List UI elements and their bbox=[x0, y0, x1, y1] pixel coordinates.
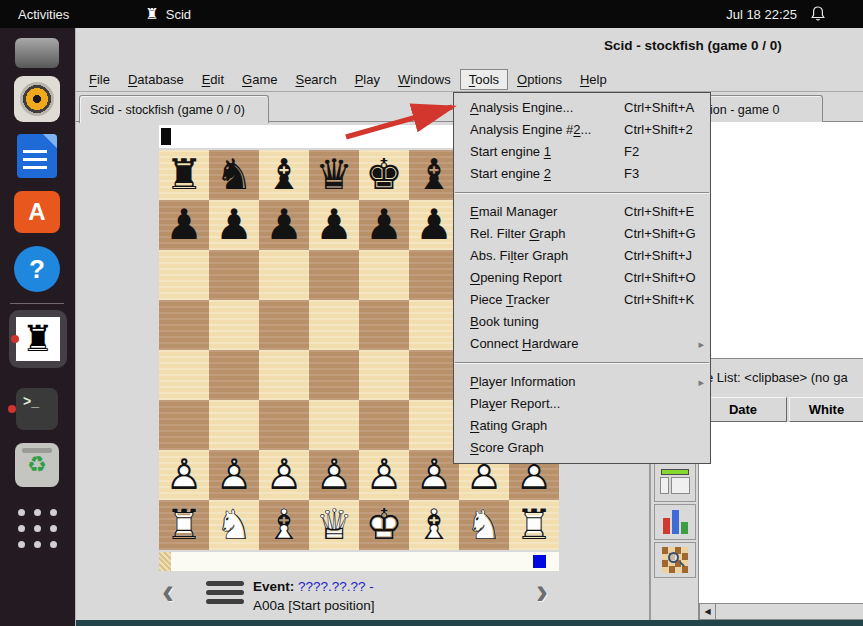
white-pawn-outline: ♙ bbox=[259, 450, 309, 500]
board-search-button[interactable] bbox=[654, 542, 696, 578]
square-g1[interactable]: ♞♘ bbox=[459, 500, 509, 550]
menubar-item-windows[interactable]: Windows bbox=[389, 69, 460, 90]
menuitem-label: Analysis Engine... bbox=[470, 100, 573, 115]
square-a8[interactable]: ♜ bbox=[159, 150, 209, 200]
next-move-button[interactable]: › bbox=[536, 572, 548, 612]
square-b7[interactable]: ♟ bbox=[209, 200, 259, 250]
white-bishop-outline: ♗ bbox=[409, 500, 459, 550]
scrollbar-thumb[interactable] bbox=[716, 603, 863, 620]
menuitem-shortcut: Ctrl+Shift+J bbox=[624, 245, 692, 267]
black-king: ♚ bbox=[359, 150, 409, 200]
column-header-white[interactable]: White bbox=[789, 397, 863, 422]
scroll-left-arrow-icon[interactable]: ◀ bbox=[699, 603, 716, 620]
square-c3[interactable] bbox=[259, 400, 309, 450]
square-a1[interactable]: ♜♖ bbox=[159, 500, 209, 550]
menuitem-label: Player Report... bbox=[470, 396, 560, 411]
square-e5[interactable] bbox=[359, 300, 409, 350]
black-bishop: ♝ bbox=[259, 150, 309, 200]
white-pawn-outline: ♙ bbox=[159, 450, 209, 500]
black-pawn: ♟ bbox=[209, 200, 259, 250]
black-pawn: ♟ bbox=[309, 200, 359, 250]
square-c6[interactable] bbox=[259, 250, 309, 300]
menuitem-shortcut: Ctrl+Shift+G bbox=[624, 223, 696, 245]
dock: A ? ♜ >_ ♻ bbox=[0, 28, 75, 626]
menubar-item-options[interactable]: Options bbox=[508, 69, 571, 90]
square-b1[interactable]: ♞♘ bbox=[209, 500, 259, 550]
menuitem-piece-tracker[interactable]: Piece TrackerCtrl+Shift+K bbox=[454, 289, 710, 311]
notation-tab-strip: ion - game 0 bbox=[699, 94, 863, 122]
menubar-item-play[interactable]: Play bbox=[346, 69, 389, 90]
menubar-item-file[interactable]: File bbox=[80, 69, 119, 90]
opening-code: A00a [Start position] bbox=[253, 596, 375, 615]
menuitem-label: Start engine 1 bbox=[470, 144, 551, 159]
square-b5[interactable] bbox=[209, 300, 259, 350]
event-label: Event: bbox=[253, 579, 294, 594]
square-d1[interactable]: ♛♕ bbox=[309, 500, 359, 550]
square-e8[interactable]: ♚ bbox=[359, 150, 409, 200]
analysis-board-button[interactable] bbox=[654, 461, 696, 502]
white-knight-outline: ♘ bbox=[459, 500, 509, 550]
dock-files-icon[interactable] bbox=[14, 30, 60, 76]
menubar-item-database[interactable]: Database bbox=[119, 69, 193, 90]
window-title: Scid - stockfish (game 0 / 0) bbox=[604, 38, 782, 53]
terminal-notification-dot bbox=[8, 405, 16, 413]
square-a7[interactable]: ♟ bbox=[159, 200, 209, 250]
dock-libreoffice-icon[interactable] bbox=[14, 133, 60, 179]
game-list-columns: DateWhite bbox=[699, 397, 863, 422]
top-bar: Activities ♜ Scid Jul 18 22:25 bbox=[0, 0, 863, 28]
menuitem-start-engine-2[interactable]: Start engine 2F3 bbox=[454, 163, 710, 185]
menuitem-label: Start engine 2 bbox=[470, 166, 551, 181]
menubar-item-help[interactable]: Help bbox=[571, 69, 616, 90]
game-info: Event: ????.??.?? - A00a [Start position… bbox=[253, 577, 375, 615]
game-list-body[interactable] bbox=[699, 422, 863, 603]
analysis-icon bbox=[661, 469, 689, 475]
tab-board[interactable]: Scid - stockfish (game 0 / 0) bbox=[79, 95, 269, 123]
square-c4[interactable] bbox=[259, 350, 309, 400]
black-pawn: ♟ bbox=[259, 200, 309, 250]
square-e2[interactable]: ♟♙ bbox=[359, 450, 409, 500]
menuitem-score-graph[interactable]: Score Graph bbox=[454, 437, 710, 459]
white-queen-outline: ♕ bbox=[309, 500, 359, 550]
menuitem-label: Piece Tracker bbox=[470, 292, 550, 307]
menuitem-shortcut: Ctrl+Shift+E bbox=[624, 201, 694, 223]
scid-notification-dot bbox=[11, 335, 19, 343]
dock-scid-icon[interactable]: ♜ bbox=[9, 310, 67, 368]
menuitem-analysis-engine-2[interactable]: Analysis Engine #2...Ctrl+Shift+2 bbox=[454, 119, 710, 141]
square-d2[interactable]: ♟♙ bbox=[309, 450, 359, 500]
square-e1[interactable]: ♚♔ bbox=[359, 500, 409, 550]
board-search-icon bbox=[662, 547, 688, 573]
material-strip bbox=[159, 552, 559, 571]
menubar-item-game[interactable]: Game bbox=[233, 69, 286, 90]
menuitem-abs-filter-graph[interactable]: Abs. Filter GraphCtrl+Shift+J bbox=[454, 245, 710, 267]
scid-window: Scid - stockfish (game 0 / 0) FileDataba… bbox=[75, 28, 863, 626]
square-e3[interactable] bbox=[359, 400, 409, 450]
menuitem-label: Rating Graph bbox=[470, 418, 547, 433]
clock[interactable]: Jul 18 22:25 bbox=[726, 7, 797, 22]
square-d7[interactable]: ♟ bbox=[309, 200, 359, 250]
dock-terminal-icon[interactable]: >_ bbox=[14, 386, 60, 432]
square-f5[interactable] bbox=[409, 300, 459, 350]
menubar-item-tools[interactable]: Tools bbox=[460, 69, 508, 90]
menuitem-email-manager[interactable]: Email ManagerCtrl+Shift+E bbox=[454, 201, 710, 223]
menuitem-shortcut: Ctrl+Shift+2 bbox=[624, 119, 693, 141]
menuitem-rating-graph[interactable]: Rating Graph bbox=[454, 415, 710, 437]
blue-marker bbox=[533, 555, 546, 568]
window-bottom-edge bbox=[76, 620, 863, 626]
menubar-item-edit[interactable]: Edit bbox=[193, 69, 233, 90]
tab-notation[interactable]: ion - game 0 bbox=[703, 95, 823, 123]
white-pawn-outline: ♙ bbox=[209, 450, 259, 500]
square-e4[interactable] bbox=[359, 350, 409, 400]
game-menu-hamburger-icon[interactable] bbox=[206, 581, 244, 608]
menubar-item-search[interactable]: Search bbox=[286, 69, 345, 90]
square-f1[interactable]: ♝♗ bbox=[409, 500, 459, 550]
activities-button[interactable]: Activities bbox=[18, 7, 69, 22]
menuitem-label: Connect Hardware bbox=[470, 336, 578, 351]
dock-app-grid-icon[interactable] bbox=[14, 505, 60, 551]
menuitem-connect-hardware[interactable]: Connect Hardware▸ bbox=[454, 333, 710, 355]
focused-app-name: Scid bbox=[166, 7, 191, 22]
tab-board-label: Scid - stockfish (game 0 / 0) bbox=[90, 103, 245, 117]
square-c7[interactable]: ♟ bbox=[259, 200, 309, 250]
menu-bar: FileDatabaseEditGameSearchPlayWindowsToo… bbox=[76, 68, 863, 92]
square-a3[interactable] bbox=[159, 400, 209, 450]
square-d4[interactable] bbox=[309, 350, 359, 400]
menu-separator bbox=[455, 192, 709, 194]
square-f2[interactable]: ♟♙ bbox=[409, 450, 459, 500]
square-f7[interactable]: ♟ bbox=[409, 200, 459, 250]
game-list-header: e List: <clipbase> (no ga bbox=[699, 358, 863, 397]
tab-notation-label: ion - game 0 bbox=[710, 103, 779, 117]
square-d5[interactable] bbox=[309, 300, 359, 350]
submenu-arrow-icon: ▸ bbox=[698, 371, 704, 393]
black-pawn: ♟ bbox=[159, 200, 209, 250]
black-pawn: ♟ bbox=[409, 200, 459, 250]
menuitem-label: Score Graph bbox=[470, 440, 544, 455]
square-d3[interactable] bbox=[309, 400, 359, 450]
menuitem-label: Email Manager bbox=[470, 204, 557, 219]
square-c8[interactable]: ♝ bbox=[259, 150, 309, 200]
event-value: ????.??.?? - bbox=[298, 579, 374, 594]
square-c1[interactable]: ♝♗ bbox=[259, 500, 309, 550]
white-pawn-outline: ♙ bbox=[309, 450, 359, 500]
square-c2[interactable]: ♟♙ bbox=[259, 450, 309, 500]
square-a4[interactable] bbox=[159, 350, 209, 400]
white-bishop-outline: ♗ bbox=[259, 500, 309, 550]
square-f6[interactable] bbox=[409, 250, 459, 300]
square-e7[interactable]: ♟ bbox=[359, 200, 409, 250]
square-b3[interactable] bbox=[209, 400, 259, 450]
menuitem-shortcut: F2 bbox=[624, 141, 639, 163]
square-b8[interactable]: ♞ bbox=[209, 150, 259, 200]
menuitem-label: Rel. Filter Graph bbox=[470, 226, 565, 241]
previous-move-button[interactable]: ‹ bbox=[162, 572, 174, 612]
white-king-outline: ♔ bbox=[359, 500, 409, 550]
menuitem-start-engine-1[interactable]: Start engine 1F2 bbox=[454, 141, 710, 163]
black-knight: ♞ bbox=[209, 150, 259, 200]
engine-progress-mark bbox=[161, 128, 171, 145]
dock-trash-icon[interactable]: ♻ bbox=[14, 442, 60, 488]
square-b4[interactable] bbox=[209, 350, 259, 400]
menuitem-player-information[interactable]: Player Information▸ bbox=[454, 371, 710, 393]
column-header-date[interactable]: Date bbox=[699, 397, 787, 422]
black-pawn: ♟ bbox=[359, 200, 409, 250]
menuitem-shortcut: F3 bbox=[624, 163, 639, 185]
menuitem-label: Opening Report bbox=[470, 270, 562, 285]
square-f8[interactable]: ♝ bbox=[409, 150, 459, 200]
notifications-bell-icon[interactable] bbox=[811, 6, 825, 22]
square-a2[interactable]: ♟♙ bbox=[159, 450, 209, 500]
menuitem-label: Analysis Engine #2... bbox=[470, 122, 591, 137]
square-d6[interactable] bbox=[309, 250, 359, 300]
focused-app-indicator[interactable]: ♜ Scid bbox=[145, 7, 191, 22]
menuitem-shortcut: Ctrl+Shift+K bbox=[624, 289, 694, 311]
white-pawn-outline: ♙ bbox=[409, 450, 459, 500]
scid-app-icon: ♜ bbox=[145, 7, 158, 22]
white-knight-outline: ♘ bbox=[209, 500, 259, 550]
menuitem-label: Abs. Filter Graph bbox=[470, 248, 568, 263]
notation-panel[interactable] bbox=[699, 122, 863, 358]
black-rook: ♜ bbox=[159, 150, 209, 200]
black-queen: ♛ bbox=[309, 150, 359, 200]
square-d8[interactable]: ♛ bbox=[309, 150, 359, 200]
menuitem-shortcut: Ctrl+Shift+A bbox=[624, 97, 694, 119]
square-f3[interactable] bbox=[409, 400, 459, 450]
menuitem-player-report[interactable]: Player Report... bbox=[454, 393, 710, 415]
white-pawn-outline: ♙ bbox=[359, 450, 409, 500]
graph-button[interactable] bbox=[654, 504, 696, 540]
material-texture bbox=[159, 552, 171, 571]
menuitem-book-tuning[interactable]: Book tuning bbox=[454, 311, 710, 333]
menuitem-label: Player Information bbox=[470, 374, 576, 389]
square-f4[interactable] bbox=[409, 350, 459, 400]
square-c5[interactable] bbox=[259, 300, 309, 350]
square-b6[interactable] bbox=[209, 250, 259, 300]
menuitem-label: Book tuning bbox=[470, 314, 539, 329]
bar-chart-icon bbox=[663, 510, 688, 534]
dock-separator bbox=[10, 303, 64, 304]
menuitem-rel-filter-graph[interactable]: Rel. Filter GraphCtrl+Shift+G bbox=[454, 223, 710, 245]
tools-menu: Analysis Engine...Ctrl+Shift+AAnalysis E… bbox=[453, 92, 711, 464]
menu-separator bbox=[455, 362, 709, 364]
square-a6[interactable] bbox=[159, 250, 209, 300]
horizontal-scrollbar[interactable]: ◀ bbox=[699, 603, 863, 620]
menuitem-opening-report[interactable]: Opening ReportCtrl+Shift+O bbox=[454, 267, 710, 289]
submenu-arrow-icon: ▸ bbox=[698, 333, 704, 355]
square-b2[interactable]: ♟♙ bbox=[209, 450, 259, 500]
square-e6[interactable] bbox=[359, 250, 409, 300]
dock-help-icon[interactable]: ? bbox=[14, 246, 60, 292]
square-a5[interactable] bbox=[159, 300, 209, 350]
square-h1[interactable]: ♜♖ bbox=[509, 500, 559, 550]
game-list-title: e List: <clipbase> (no ga bbox=[706, 370, 863, 385]
menuitem-analysis-engine[interactable]: Analysis Engine...Ctrl+Shift+A bbox=[454, 97, 710, 119]
white-rook-outline: ♖ bbox=[159, 500, 209, 550]
dock-rhythmbox-icon[interactable] bbox=[14, 76, 60, 122]
black-bishop: ♝ bbox=[409, 150, 459, 200]
dock-ubuntu-software-icon[interactable]: A bbox=[14, 189, 60, 235]
white-rook-outline: ♖ bbox=[509, 500, 559, 550]
menuitem-shortcut: Ctrl+Shift+O bbox=[624, 267, 696, 289]
